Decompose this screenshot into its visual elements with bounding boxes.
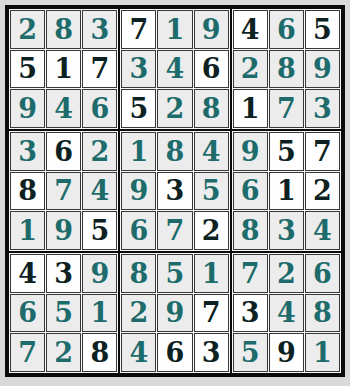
cell-r2c9[interactable]: 9 [305,50,340,89]
cell-r7c8[interactable]: 2 [269,254,304,293]
cell-r5c7[interactable]: 6 [233,172,268,211]
cell-r4c8[interactable]: 5 [269,132,304,171]
cell-r5c4[interactable]: 9 [121,172,156,211]
cell-r6c8[interactable]: 3 [269,211,304,250]
cell-r9c4[interactable]: 4 [121,333,156,372]
cell-r4c7[interactable]: 9 [233,132,268,171]
cell-r8c3[interactable]: 1 [82,294,117,333]
cell-r1c8[interactable]: 6 [269,10,304,49]
box-7: 439651728 [9,253,118,373]
box-3: 465289173 [232,9,341,129]
cell-r6c3[interactable]: 5 [82,211,117,250]
cell-r4c4[interactable]: 1 [121,132,156,171]
box-8: 851297463 [120,253,229,373]
cell-r3c7[interactable]: 1 [233,89,268,128]
cell-r5c5[interactable]: 3 [157,172,192,211]
box-5: 184935672 [120,131,229,251]
cell-r3c6[interactable]: 8 [194,89,229,128]
cell-r8c2[interactable]: 5 [46,294,81,333]
cell-r4c1[interactable]: 3 [10,132,45,171]
cell-r9c7[interactable]: 5 [233,333,268,372]
cell-r1c7[interactable]: 4 [233,10,268,49]
cell-r6c7[interactable]: 8 [233,211,268,250]
cell-r2c3[interactable]: 7 [82,50,117,89]
cell-r4c9[interactable]: 7 [305,132,340,171]
cell-r6c5[interactable]: 7 [157,211,192,250]
cell-r5c2[interactable]: 7 [46,172,81,211]
cell-r2c5[interactable]: 4 [157,50,192,89]
cell-r6c6[interactable]: 2 [194,211,229,250]
cell-r2c7[interactable]: 2 [233,50,268,89]
cell-r6c4[interactable]: 6 [121,211,156,250]
cell-r6c1[interactable]: 1 [10,211,45,250]
box-6: 957612834 [232,131,341,251]
cell-r8c7[interactable]: 3 [233,294,268,333]
cell-r8c1[interactable]: 6 [10,294,45,333]
cell-r7c9[interactable]: 6 [305,254,340,293]
cell-r8c8[interactable]: 4 [269,294,304,333]
cell-r1c6[interactable]: 9 [194,10,229,49]
cell-r2c1[interactable]: 5 [10,50,45,89]
sudoku-board: 283517946 719346528 465289173 362874195 … [5,5,345,377]
cell-r8c6[interactable]: 7 [194,294,229,333]
cell-r3c8[interactable]: 7 [269,89,304,128]
cell-r8c9[interactable]: 8 [305,294,340,333]
cell-r5c1[interactable]: 8 [10,172,45,211]
cell-r7c2[interactable]: 3 [46,254,81,293]
cell-r7c5[interactable]: 5 [157,254,192,293]
cell-r7c6[interactable]: 1 [194,254,229,293]
cell-r9c9[interactable]: 1 [305,333,340,372]
cell-r9c8[interactable]: 9 [269,333,304,372]
cell-r3c9[interactable]: 3 [305,89,340,128]
cell-r6c9[interactable]: 4 [305,211,340,250]
cell-r8c4[interactable]: 2 [121,294,156,333]
cell-r3c5[interactable]: 2 [157,89,192,128]
box-9: 726348591 [232,253,341,373]
cell-r9c1[interactable]: 7 [10,333,45,372]
cell-r9c3[interactable]: 8 [82,333,117,372]
cell-r1c3[interactable]: 3 [82,10,117,49]
cell-r1c4[interactable]: 7 [121,10,156,49]
cell-r5c8[interactable]: 1 [269,172,304,211]
cell-r5c9[interactable]: 2 [305,172,340,211]
cell-r9c5[interactable]: 6 [157,333,192,372]
box-1: 283517946 [9,9,118,129]
cell-r1c2[interactable]: 8 [46,10,81,49]
box-4: 362874195 [9,131,118,251]
cell-r3c3[interactable]: 6 [82,89,117,128]
cell-r1c5[interactable]: 1 [157,10,192,49]
cell-r2c8[interactable]: 8 [269,50,304,89]
cell-r2c4[interactable]: 3 [121,50,156,89]
cell-r9c2[interactable]: 2 [46,333,81,372]
cell-r7c3[interactable]: 9 [82,254,117,293]
cell-r5c3[interactable]: 4 [82,172,117,211]
cell-r7c4[interactable]: 8 [121,254,156,293]
sudoku-page: 283517946 719346528 465289173 362874195 … [0,0,350,386]
cell-r4c6[interactable]: 4 [194,132,229,171]
cell-r3c1[interactable]: 9 [10,89,45,128]
cell-r2c2[interactable]: 1 [46,50,81,89]
box-2: 719346528 [120,9,229,129]
cell-r3c2[interactable]: 4 [46,89,81,128]
cell-r4c3[interactable]: 2 [82,132,117,171]
cell-r3c4[interactable]: 5 [121,89,156,128]
cell-r4c5[interactable]: 8 [157,132,192,171]
cell-r2c6[interactable]: 6 [194,50,229,89]
cell-r9c6[interactable]: 3 [194,333,229,372]
cell-r6c2[interactable]: 9 [46,211,81,250]
cell-r7c1[interactable]: 4 [10,254,45,293]
cell-r7c7[interactable]: 7 [233,254,268,293]
cell-r1c9[interactable]: 5 [305,10,340,49]
cell-r1c1[interactable]: 2 [10,10,45,49]
cell-r8c5[interactable]: 9 [157,294,192,333]
cell-r4c2[interactable]: 6 [46,132,81,171]
cell-r5c6[interactable]: 5 [194,172,229,211]
